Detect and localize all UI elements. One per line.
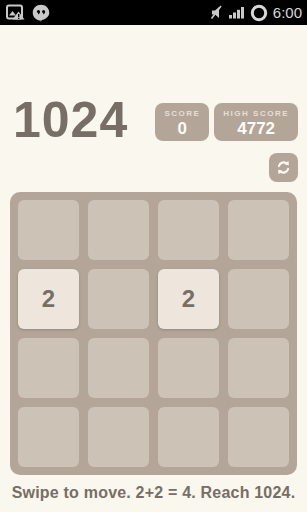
cell-r2c2 <box>88 269 149 329</box>
signal-icon <box>228 6 245 19</box>
cell-r4c1 <box>18 407 79 467</box>
cell-r1c4 <box>228 200 289 260</box>
cell-r3c3 <box>158 338 219 398</box>
score-value: 0 <box>164 119 200 139</box>
high-score-value: 4772 <box>223 119 289 139</box>
score-box: SCORE 0 <box>155 103 209 141</box>
cell-r1c1 <box>18 200 79 260</box>
instructions-text: Swipe to move. 2+2 = 4. Reach 1024. <box>0 484 307 502</box>
tile-2-r2c1: 2 <box>18 269 79 329</box>
high-score-label: HIGH SCORE <box>223 109 289 118</box>
score-label: SCORE <box>164 109 200 118</box>
score-bar: SCORE 0 HIGH SCORE 4772 <box>155 103 298 141</box>
hangouts-icon <box>32 4 50 22</box>
cell-r3c2 <box>88 338 149 398</box>
cell-r3c4 <box>228 338 289 398</box>
screenshot-icon <box>6 4 25 21</box>
cell-r4c3 <box>158 407 219 467</box>
cell-r3c1 <box>18 338 79 398</box>
cell-r4c4 <box>228 407 289 467</box>
battery-ring-icon <box>250 4 268 22</box>
high-score-box: HIGH SCORE 4772 <box>214 103 298 141</box>
tile-2-r2c3: 2 <box>158 269 219 329</box>
cell-r1c3 <box>158 200 219 260</box>
status-time: 6:00 <box>273 0 302 25</box>
cell-r4c2 <box>88 407 149 467</box>
page-title: 1024 <box>13 96 128 144</box>
refresh-icon <box>275 159 292 176</box>
board[interactable]: 22 <box>10 192 297 475</box>
mute-icon <box>210 5 223 20</box>
status-bar: 6:00 <box>0 0 307 25</box>
cell-r2c4 <box>228 269 289 329</box>
restart-button[interactable] <box>269 153 298 182</box>
cell-r1c2 <box>88 200 149 260</box>
